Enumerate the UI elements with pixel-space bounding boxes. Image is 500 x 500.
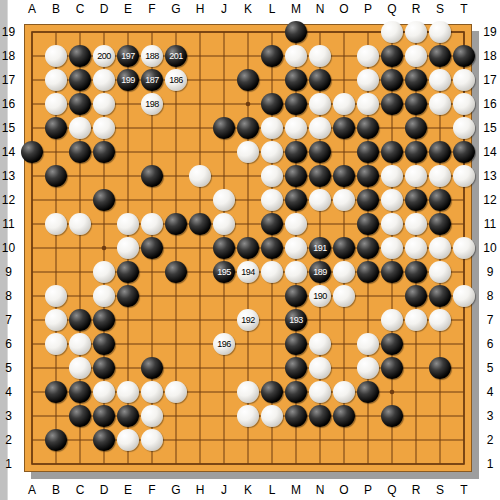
col-label-O: O bbox=[332, 481, 356, 500]
row-label-4: 4 bbox=[480, 380, 500, 404]
move-number-label: 192 bbox=[241, 316, 255, 325]
black-stone-T18 bbox=[453, 45, 475, 67]
row-label-11: 11 bbox=[0, 212, 17, 236]
black-stone-N3 bbox=[309, 405, 331, 427]
black-stone-M19 bbox=[285, 21, 307, 43]
black-stone-D2 bbox=[93, 429, 115, 451]
white-stone-M15 bbox=[285, 117, 307, 139]
white-stone-S9 bbox=[429, 261, 451, 283]
row-label-13: 13 bbox=[0, 164, 17, 188]
white-stone-F11 bbox=[141, 213, 163, 235]
black-stone-L4 bbox=[261, 381, 283, 403]
black-stone-E17: 199 bbox=[117, 69, 139, 91]
stones-layer: 2001971882011991871861981911951941891901… bbox=[20, 20, 476, 476]
col-label-F: F bbox=[140, 481, 164, 500]
black-stone-N10: 191 bbox=[309, 237, 331, 259]
row-label-17: 17 bbox=[480, 68, 500, 92]
row-label-7: 7 bbox=[0, 308, 17, 332]
black-stone-R17 bbox=[405, 69, 427, 91]
black-stone-S8 bbox=[429, 285, 451, 307]
white-stone-R11 bbox=[405, 213, 427, 235]
row-label-4: 4 bbox=[0, 380, 17, 404]
move-number-label: 197 bbox=[121, 52, 135, 61]
row-label-8: 8 bbox=[480, 284, 500, 308]
white-stone-R10 bbox=[405, 237, 427, 259]
row-label-17: 17 bbox=[0, 68, 17, 92]
black-stone-S12 bbox=[429, 189, 451, 211]
white-stone-G17: 186 bbox=[165, 69, 187, 91]
black-stone-Q14 bbox=[381, 141, 403, 163]
move-number-label: 201 bbox=[169, 52, 183, 61]
black-stone-N13 bbox=[309, 165, 331, 187]
white-stone-B11 bbox=[45, 213, 67, 235]
black-stone-M3 bbox=[285, 405, 307, 427]
white-stone-P17 bbox=[357, 69, 379, 91]
black-stone-M14 bbox=[285, 141, 307, 163]
row-label-19: 19 bbox=[0, 20, 17, 44]
white-stone-B6 bbox=[45, 333, 67, 355]
black-stone-C18 bbox=[69, 45, 91, 67]
black-stone-K10 bbox=[237, 237, 259, 259]
black-stone-O13 bbox=[333, 165, 355, 187]
white-stone-P18 bbox=[357, 45, 379, 67]
black-stone-M12 bbox=[285, 189, 307, 211]
row-label-10: 10 bbox=[0, 236, 17, 260]
white-stone-T13 bbox=[453, 165, 475, 187]
white-stone-L15 bbox=[261, 117, 283, 139]
go-app-screen: ABCDEFGHJKLMNOPQRST ABCDEFGHJKLMNOPQRST … bbox=[0, 0, 500, 500]
row-label-9: 9 bbox=[0, 260, 17, 284]
black-stone-F5 bbox=[141, 357, 163, 379]
col-label-P: P bbox=[356, 481, 380, 500]
black-stone-F10 bbox=[141, 237, 163, 259]
black-stone-R12 bbox=[405, 189, 427, 211]
white-stone-N6 bbox=[309, 333, 331, 355]
black-stone-E9 bbox=[117, 261, 139, 283]
white-stone-N5 bbox=[309, 357, 331, 379]
row-label-14: 14 bbox=[480, 140, 500, 164]
row-label-6: 6 bbox=[480, 332, 500, 356]
white-stone-J11 bbox=[213, 213, 235, 235]
white-stone-O16 bbox=[333, 93, 355, 115]
white-stone-P16 bbox=[357, 93, 379, 115]
white-stone-L3 bbox=[261, 405, 283, 427]
white-stone-Q13 bbox=[381, 165, 403, 187]
col-label-P: P bbox=[356, 0, 380, 19]
white-stone-D16 bbox=[93, 93, 115, 115]
white-stone-F3 bbox=[141, 405, 163, 427]
row-label-13: 13 bbox=[480, 164, 500, 188]
black-stone-J9: 195 bbox=[213, 261, 235, 283]
white-stone-Q19 bbox=[381, 21, 403, 43]
black-stone-R9 bbox=[405, 261, 427, 283]
white-stone-C11 bbox=[69, 213, 91, 235]
black-stone-Q9 bbox=[381, 261, 403, 283]
col-label-H: H bbox=[188, 0, 212, 19]
black-stone-S11 bbox=[429, 213, 451, 235]
black-stone-Q5 bbox=[381, 357, 403, 379]
black-stone-M5 bbox=[285, 357, 307, 379]
white-stone-T15 bbox=[453, 117, 475, 139]
col-label-K: K bbox=[236, 481, 260, 500]
black-stone-B2 bbox=[45, 429, 67, 451]
black-stone-M7: 193 bbox=[285, 309, 307, 331]
move-number-label: 199 bbox=[121, 76, 135, 85]
row-label-3: 3 bbox=[0, 404, 17, 428]
white-stone-T8 bbox=[453, 285, 475, 307]
col-label-B: B bbox=[44, 481, 68, 500]
white-stone-Q12 bbox=[381, 189, 403, 211]
col-label-R: R bbox=[404, 0, 428, 19]
white-stone-D4 bbox=[93, 381, 115, 403]
white-stone-N16 bbox=[309, 93, 331, 115]
black-stone-A14 bbox=[21, 141, 43, 163]
row-label-3: 3 bbox=[480, 404, 500, 428]
col-label-M: M bbox=[284, 481, 308, 500]
white-stone-K14 bbox=[237, 141, 259, 163]
white-stone-N12 bbox=[309, 189, 331, 211]
white-stone-S7 bbox=[429, 309, 451, 331]
black-stone-R14 bbox=[405, 141, 427, 163]
col-label-O: O bbox=[332, 0, 356, 19]
black-stone-D5 bbox=[93, 357, 115, 379]
row-label-16: 16 bbox=[480, 92, 500, 116]
white-stone-C5 bbox=[69, 357, 91, 379]
black-stone-L16 bbox=[261, 93, 283, 115]
black-stone-Q6 bbox=[381, 333, 403, 355]
black-stone-C17 bbox=[69, 69, 91, 91]
black-stone-P11 bbox=[357, 213, 379, 235]
white-stone-T10 bbox=[453, 237, 475, 259]
black-stone-C14 bbox=[69, 141, 91, 163]
white-stone-S16 bbox=[429, 93, 451, 115]
white-stone-K3 bbox=[237, 405, 259, 427]
move-number-label: 187 bbox=[145, 76, 159, 85]
col-label-A: A bbox=[20, 481, 44, 500]
row-label-16: 16 bbox=[0, 92, 17, 116]
move-number-label: 194 bbox=[241, 268, 255, 277]
black-stone-N14 bbox=[309, 141, 331, 163]
white-stone-R13 bbox=[405, 165, 427, 187]
white-stone-N15 bbox=[309, 117, 331, 139]
white-stone-O4 bbox=[333, 381, 355, 403]
black-stone-Q18 bbox=[381, 45, 403, 67]
white-stone-J12 bbox=[213, 189, 235, 211]
black-stone-K15 bbox=[237, 117, 259, 139]
black-stone-J10 bbox=[213, 237, 235, 259]
white-stone-L9 bbox=[261, 261, 283, 283]
col-label-J: J bbox=[212, 481, 236, 500]
col-label-B: B bbox=[44, 0, 68, 19]
move-number-label: 196 bbox=[217, 340, 231, 349]
black-stone-J15 bbox=[213, 117, 235, 139]
white-stone-N8: 190 bbox=[309, 285, 331, 307]
col-label-C: C bbox=[68, 0, 92, 19]
white-stone-J6: 196 bbox=[213, 333, 235, 355]
white-stone-C6 bbox=[69, 333, 91, 355]
black-stone-S5 bbox=[429, 357, 451, 379]
black-stone-Q17 bbox=[381, 69, 403, 91]
black-stone-P10 bbox=[357, 237, 379, 259]
black-stone-C4 bbox=[69, 381, 91, 403]
row-label-18: 18 bbox=[0, 44, 17, 68]
white-stone-D15 bbox=[93, 117, 115, 139]
black-stone-F17: 187 bbox=[141, 69, 163, 91]
black-stone-N9: 189 bbox=[309, 261, 331, 283]
white-stone-G4 bbox=[165, 381, 187, 403]
white-stone-S17 bbox=[429, 69, 451, 91]
move-number-label: 193 bbox=[289, 316, 303, 325]
black-stone-Q3 bbox=[381, 405, 403, 427]
white-stone-M18 bbox=[285, 45, 307, 67]
col-label-L: L bbox=[260, 0, 284, 19]
white-stone-N4 bbox=[309, 381, 331, 403]
black-stone-R8 bbox=[405, 285, 427, 307]
white-stone-R18 bbox=[405, 45, 427, 67]
row-label-8: 8 bbox=[0, 284, 17, 308]
white-stone-S19 bbox=[429, 21, 451, 43]
white-stone-K9: 194 bbox=[237, 261, 259, 283]
row-label-5: 5 bbox=[480, 356, 500, 380]
white-stone-E4 bbox=[117, 381, 139, 403]
coordinate-labels-top: ABCDEFGHJKLMNOPQRST bbox=[20, 0, 476, 19]
black-stone-M6 bbox=[285, 333, 307, 355]
white-stone-D8 bbox=[93, 285, 115, 307]
black-stone-B4 bbox=[45, 381, 67, 403]
white-stone-L12 bbox=[261, 189, 283, 211]
row-label-19: 19 bbox=[480, 20, 500, 44]
black-stone-S14 bbox=[429, 141, 451, 163]
col-label-G: G bbox=[164, 481, 188, 500]
col-label-D: D bbox=[92, 0, 116, 19]
col-label-D: D bbox=[92, 481, 116, 500]
row-label-5: 5 bbox=[0, 356, 17, 380]
col-label-Q: Q bbox=[380, 481, 404, 500]
black-stone-P13 bbox=[357, 165, 379, 187]
white-stone-O8 bbox=[333, 285, 355, 307]
white-stone-R7 bbox=[405, 309, 427, 331]
black-stone-E8 bbox=[117, 285, 139, 307]
white-stone-O9 bbox=[333, 261, 355, 283]
col-label-E: E bbox=[116, 0, 140, 19]
white-stone-O12 bbox=[333, 189, 355, 211]
white-stone-F16: 198 bbox=[141, 93, 163, 115]
black-stone-R15 bbox=[405, 117, 427, 139]
white-stone-B16 bbox=[45, 93, 67, 115]
black-stone-D6 bbox=[93, 333, 115, 355]
black-stone-P9 bbox=[357, 261, 379, 283]
black-stone-Q16 bbox=[381, 93, 403, 115]
black-stone-G9 bbox=[165, 261, 187, 283]
black-stone-E3 bbox=[117, 405, 139, 427]
black-stone-D12 bbox=[93, 189, 115, 211]
col-label-L: L bbox=[260, 481, 284, 500]
black-stone-L18 bbox=[261, 45, 283, 67]
move-number-label: 186 bbox=[169, 76, 183, 85]
move-number-label: 198 bbox=[145, 100, 159, 109]
white-stone-F18: 188 bbox=[141, 45, 163, 67]
col-label-S: S bbox=[428, 481, 452, 500]
black-stone-S18 bbox=[429, 45, 451, 67]
black-stone-G11 bbox=[165, 213, 187, 235]
white-stone-Q11 bbox=[381, 213, 403, 235]
black-stone-T14 bbox=[453, 141, 475, 163]
white-stone-D18: 200 bbox=[93, 45, 115, 67]
black-stone-M8 bbox=[285, 285, 307, 307]
white-stone-B8 bbox=[45, 285, 67, 307]
col-label-E: E bbox=[116, 481, 140, 500]
white-stone-P5 bbox=[357, 357, 379, 379]
col-label-N: N bbox=[308, 481, 332, 500]
black-stone-O3 bbox=[333, 405, 355, 427]
col-label-T: T bbox=[452, 481, 476, 500]
coordinate-labels-right: 19181716151413121110987654321 bbox=[480, 20, 500, 476]
black-stone-M16 bbox=[285, 93, 307, 115]
white-stone-S13 bbox=[429, 165, 451, 187]
black-stone-E18: 197 bbox=[117, 45, 139, 67]
white-stone-Q7 bbox=[381, 309, 403, 331]
row-label-10: 10 bbox=[480, 236, 500, 260]
row-label-2: 2 bbox=[480, 428, 500, 452]
white-stone-T17 bbox=[453, 69, 475, 91]
coordinate-labels-bottom: ABCDEFGHJKLMNOPQRST bbox=[20, 481, 476, 500]
move-number-label: 188 bbox=[145, 52, 159, 61]
col-label-S: S bbox=[428, 0, 452, 19]
white-stone-B7 bbox=[45, 309, 67, 331]
row-label-11: 11 bbox=[480, 212, 500, 236]
move-number-label: 189 bbox=[313, 268, 327, 277]
col-label-H: H bbox=[188, 481, 212, 500]
white-stone-B17 bbox=[45, 69, 67, 91]
black-stone-D7 bbox=[93, 309, 115, 331]
col-label-J: J bbox=[212, 0, 236, 19]
black-stone-O10 bbox=[333, 237, 355, 259]
row-label-14: 14 bbox=[0, 140, 17, 164]
black-stone-M17 bbox=[285, 69, 307, 91]
row-label-6: 6 bbox=[0, 332, 17, 356]
black-stone-M4 bbox=[285, 381, 307, 403]
move-number-label: 190 bbox=[313, 292, 327, 301]
col-label-C: C bbox=[68, 481, 92, 500]
white-stone-M10 bbox=[285, 237, 307, 259]
black-stone-P15 bbox=[357, 117, 379, 139]
black-stone-F13 bbox=[141, 165, 163, 187]
row-label-12: 12 bbox=[0, 188, 17, 212]
black-stone-P4 bbox=[357, 381, 379, 403]
row-label-15: 15 bbox=[480, 116, 500, 140]
row-label-18: 18 bbox=[480, 44, 500, 68]
black-stone-C16 bbox=[69, 93, 91, 115]
white-stone-D9 bbox=[93, 261, 115, 283]
go-board[interactable]: 2001971882011991871861981911951941891901… bbox=[20, 20, 476, 476]
white-stone-F2 bbox=[141, 429, 163, 451]
col-label-N: N bbox=[308, 0, 332, 19]
black-stone-G18: 201 bbox=[165, 45, 187, 67]
black-stone-C7 bbox=[69, 309, 91, 331]
black-stone-D3 bbox=[93, 405, 115, 427]
col-label-T: T bbox=[452, 0, 476, 19]
black-stone-R16 bbox=[405, 93, 427, 115]
black-stone-P12 bbox=[357, 189, 379, 211]
col-label-K: K bbox=[236, 0, 260, 19]
black-stone-O15 bbox=[333, 117, 355, 139]
white-stone-S10 bbox=[429, 237, 451, 259]
row-label-7: 7 bbox=[480, 308, 500, 332]
col-label-M: M bbox=[284, 0, 308, 19]
row-label-15: 15 bbox=[0, 116, 17, 140]
white-stone-M11 bbox=[285, 213, 307, 235]
col-label-R: R bbox=[404, 481, 428, 500]
white-stone-R19 bbox=[405, 21, 427, 43]
white-stone-L14 bbox=[261, 141, 283, 163]
black-stone-H11 bbox=[189, 213, 211, 235]
coordinate-labels-left: 19181716151413121110987654321 bbox=[0, 20, 17, 476]
white-stone-E11 bbox=[117, 213, 139, 235]
black-stone-K17 bbox=[237, 69, 259, 91]
white-stone-B18 bbox=[45, 45, 67, 67]
black-stone-D14 bbox=[93, 141, 115, 163]
white-stone-E2 bbox=[117, 429, 139, 451]
row-label-12: 12 bbox=[480, 188, 500, 212]
white-stone-T16 bbox=[453, 93, 475, 115]
white-stone-C15 bbox=[69, 117, 91, 139]
white-stone-P6 bbox=[357, 333, 379, 355]
black-stone-C3 bbox=[69, 405, 91, 427]
black-stone-L10 bbox=[261, 237, 283, 259]
white-stone-F4 bbox=[141, 381, 163, 403]
white-stone-N18 bbox=[309, 45, 331, 67]
white-stone-K4 bbox=[237, 381, 259, 403]
white-stone-K7: 192 bbox=[237, 309, 259, 331]
black-stone-B13 bbox=[45, 165, 67, 187]
black-stone-N17 bbox=[309, 69, 331, 91]
move-number-label: 200 bbox=[97, 52, 111, 61]
row-label-1: 1 bbox=[480, 452, 500, 476]
white-stone-E10 bbox=[117, 237, 139, 259]
black-stone-P14 bbox=[357, 141, 379, 163]
row-label-2: 2 bbox=[0, 428, 17, 452]
white-stone-H13 bbox=[189, 165, 211, 187]
col-label-A: A bbox=[20, 0, 44, 19]
white-stone-L13 bbox=[261, 165, 283, 187]
row-label-1: 1 bbox=[0, 452, 17, 476]
black-stone-B15 bbox=[45, 117, 67, 139]
white-stone-D17 bbox=[93, 69, 115, 91]
row-label-9: 9 bbox=[480, 260, 500, 284]
col-label-G: G bbox=[164, 0, 188, 19]
col-label-F: F bbox=[140, 0, 164, 19]
black-stone-L11 bbox=[261, 213, 283, 235]
move-number-label: 195 bbox=[217, 268, 231, 277]
white-stone-M9 bbox=[285, 261, 307, 283]
black-stone-M13 bbox=[285, 165, 307, 187]
move-number-label: 191 bbox=[313, 244, 327, 253]
col-label-Q: Q bbox=[380, 0, 404, 19]
white-stone-Q10 bbox=[381, 237, 403, 259]
